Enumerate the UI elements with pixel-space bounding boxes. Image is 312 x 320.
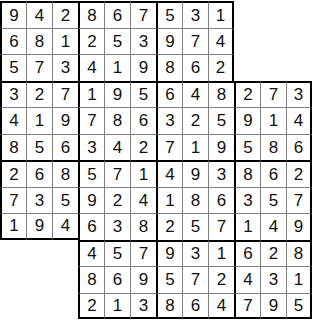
sudoku-cell-r9c1[interactable]: 1: [0, 213, 26, 240]
sudoku-cell-r5c1[interactable]: 4: [0, 107, 26, 134]
empty-corner-region-cell: [52, 240, 78, 267]
sudoku-cell-r8c1[interactable]: 7: [0, 187, 26, 214]
sudoku-cell-r3c8[interactable]: 6: [182, 54, 208, 81]
sudoku-cell-r8c9[interactable]: 6: [208, 187, 234, 214]
sudoku-cell-r1c9[interactable]: 1: [208, 1, 234, 28]
sudoku-cell-r10c8[interactable]: 3: [182, 240, 208, 267]
sudoku-cell-r5c10[interactable]: 9: [234, 107, 260, 134]
empty-corner-region-cell: [52, 266, 78, 293]
sudoku-cell-r6c3[interactable]: 6: [52, 134, 78, 161]
sudoku-cell-r1c6[interactable]: 7: [130, 1, 156, 28]
sudoku-cell-r11c5[interactable]: 6: [104, 266, 130, 293]
sudoku-cell-r8c8[interactable]: 8: [182, 187, 208, 214]
empty-corner-region-cell: [0, 240, 26, 267]
sudoku-cell-r6c1[interactable]: 8: [0, 134, 26, 161]
sudoku-cell-r11c7[interactable]: 5: [156, 266, 182, 293]
sudoku-cell-r9c8[interactable]: 5: [182, 213, 208, 240]
empty-corner-region-cell: [0, 266, 26, 293]
sudoku-cell-r11c10[interactable]: 4: [234, 266, 260, 293]
sudoku-cell-r9c7[interactable]: 2: [156, 213, 182, 240]
sudoku-cell-r12c4[interactable]: 2: [78, 293, 104, 320]
sudoku-cell-r9c2[interactable]: 9: [26, 213, 52, 240]
sudoku-cell-r7c10[interactable]: 8: [234, 160, 260, 187]
sudoku-cell-r11c11[interactable]: 3: [260, 266, 286, 293]
sudoku-cell-r9c12[interactable]: 9: [286, 213, 312, 240]
sudoku-cell-r6c5[interactable]: 4: [104, 134, 130, 161]
empty-corner-region-cell: [286, 28, 312, 55]
sudoku-cell-r6c12[interactable]: 6: [286, 134, 312, 161]
sudoku-cell-r10c11[interactable]: 2: [260, 240, 286, 267]
empty-corner-region-cell: [234, 54, 260, 81]
sudoku-cell-r4c11[interactable]: 7: [260, 81, 286, 108]
sudoku-cell-r1c4[interactable]: 8: [78, 1, 104, 28]
sudoku-cell-r9c3[interactable]: 4: [52, 213, 78, 240]
sudoku-cell-r2c9[interactable]: 4: [208, 28, 234, 55]
sudoku-cell-r1c8[interactable]: 3: [182, 1, 208, 28]
sudoku-cell-r9c6[interactable]: 8: [130, 213, 156, 240]
sudoku-cell-r2c3[interactable]: 1: [52, 28, 78, 55]
sudoku-cell-r8c6[interactable]: 4: [130, 187, 156, 214]
sudoku-cell-r6c8[interactable]: 1: [182, 134, 208, 161]
sudoku-cell-r2c5[interactable]: 5: [104, 28, 130, 55]
sudoku-cell-r9c10[interactable]: 1: [234, 213, 260, 240]
sudoku-cell-r7c1[interactable]: 2: [0, 160, 26, 187]
sudoku-cell-r9c9[interactable]: 7: [208, 213, 234, 240]
sudoku-cell-r1c1[interactable]: 9: [0, 1, 26, 28]
sudoku-cell-r4c8[interactable]: 4: [182, 81, 208, 108]
sudoku-cell-r6c4[interactable]: 3: [78, 134, 104, 161]
sudoku-cell-r12c7[interactable]: 8: [156, 293, 182, 320]
sudoku-cell-r3c3[interactable]: 3: [52, 54, 78, 81]
sudoku-cell-r9c11[interactable]: 4: [260, 213, 286, 240]
sudoku-cell-r4c6[interactable]: 5: [130, 81, 156, 108]
sudoku-cell-r1c3[interactable]: 2: [52, 1, 78, 28]
sudoku-cell-r4c12[interactable]: 3: [286, 81, 312, 108]
sudoku-cell-r4c1[interactable]: 3: [0, 81, 26, 108]
sudoku-cell-r9c4[interactable]: 6: [78, 213, 104, 240]
sudoku-cell-r6c11[interactable]: 8: [260, 134, 286, 161]
sudoku-cell-r11c6[interactable]: 9: [130, 266, 156, 293]
sudoku-cell-r2c2[interactable]: 8: [26, 28, 52, 55]
empty-corner-region-cell: [234, 28, 260, 55]
sudoku-cell-r7c2[interactable]: 6: [26, 160, 52, 187]
sudoku-cell-r8c10[interactable]: 3: [234, 187, 260, 214]
sudoku-cell-r7c4[interactable]: 5: [78, 160, 104, 187]
sudoku-cell-r12c8[interactable]: 6: [182, 293, 208, 320]
sudoku-cell-r12c12[interactable]: 5: [286, 293, 312, 320]
sudoku-cell-r3c5[interactable]: 1: [104, 54, 130, 81]
sudoku-cell-r2c6[interactable]: 3: [130, 28, 156, 55]
empty-corner-region-cell: [260, 54, 286, 81]
sudoku-cell-r7c7[interactable]: 4: [156, 160, 182, 187]
sudoku-cell-r1c5[interactable]: 6: [104, 1, 130, 28]
sudoku-cell-r9c5[interactable]: 3: [104, 213, 130, 240]
sudoku-cell-r4c4[interactable]: 1: [78, 81, 104, 108]
sudoku-cell-r5c4[interactable]: 7: [78, 107, 104, 134]
sudoku-cell-r4c5[interactable]: 9: [104, 81, 130, 108]
empty-corner-region-cell: [260, 1, 286, 28]
sudoku-cell-r2c8[interactable]: 7: [182, 28, 208, 55]
sudoku-cell-r2c7[interactable]: 9: [156, 28, 182, 55]
sudoku-cell-r10c10[interactable]: 6: [234, 240, 260, 267]
sudoku-cell-r11c8[interactable]: 7: [182, 266, 208, 293]
sudoku-cell-r1c2[interactable]: 4: [26, 1, 52, 28]
sudoku-cell-r8c11[interactable]: 5: [260, 187, 286, 214]
sudoku-cell-r5c6[interactable]: 6: [130, 107, 156, 134]
sudoku-cell-r12c6[interactable]: 3: [130, 293, 156, 320]
sudoku-cell-r5c2[interactable]: 1: [26, 107, 52, 134]
sudoku-cell-r6c7[interactable]: 7: [156, 134, 182, 161]
sudoku-cell-r5c5[interactable]: 8: [104, 107, 130, 134]
twodoku-board: 9428675316812539745734198623271956482734…: [0, 1, 312, 319]
sudoku-cell-r8c4[interactable]: 9: [78, 187, 104, 214]
sudoku-cell-r3c6[interactable]: 9: [130, 54, 156, 81]
sudoku-cell-r4c10[interactable]: 2: [234, 81, 260, 108]
sudoku-cell-r8c7[interactable]: 1: [156, 187, 182, 214]
sudoku-cell-r11c4[interactable]: 8: [78, 266, 104, 293]
sudoku-cell-r10c12[interactable]: 8: [286, 240, 312, 267]
sudoku-cell-r4c9[interactable]: 8: [208, 81, 234, 108]
sudoku-cell-r8c12[interactable]: 7: [286, 187, 312, 214]
sudoku-cell-r8c3[interactable]: 5: [52, 187, 78, 214]
sudoku-cell-r7c12[interactable]: 2: [286, 160, 312, 187]
sudoku-cell-r3c7[interactable]: 8: [156, 54, 182, 81]
empty-corner-region-cell: [26, 240, 52, 267]
sudoku-cell-r12c11[interactable]: 9: [260, 293, 286, 320]
sudoku-cell-r6c9[interactable]: 9: [208, 134, 234, 161]
sudoku-cell-r6c10[interactable]: 5: [234, 134, 260, 161]
sudoku-cell-r8c5[interactable]: 2: [104, 187, 130, 214]
sudoku-cell-r12c9[interactable]: 4: [208, 293, 234, 320]
sudoku-cell-r12c10[interactable]: 7: [234, 293, 260, 320]
empty-corner-region-cell: [26, 266, 52, 293]
sudoku-cell-r3c2[interactable]: 7: [26, 54, 52, 81]
sudoku-cell-r11c12[interactable]: 1: [286, 266, 312, 293]
sudoku-cell-r4c2[interactable]: 2: [26, 81, 52, 108]
sudoku-cell-r7c5[interactable]: 7: [104, 160, 130, 187]
sudoku-cell-r5c7[interactable]: 3: [156, 107, 182, 134]
sudoku-cell-r10c6[interactable]: 7: [130, 240, 156, 267]
sudoku-cell-r7c11[interactable]: 6: [260, 160, 286, 187]
sudoku-cell-r5c3[interactable]: 9: [52, 107, 78, 134]
sudoku-cell-r2c1[interactable]: 6: [0, 28, 26, 55]
empty-corner-region-cell: [52, 293, 78, 320]
empty-corner-region-cell: [286, 54, 312, 81]
sudoku-cell-r7c3[interactable]: 8: [52, 160, 78, 187]
empty-corner-region-cell: [26, 293, 52, 320]
sudoku-cell-r7c8[interactable]: 9: [182, 160, 208, 187]
sudoku-cell-r10c5[interactable]: 5: [104, 240, 130, 267]
sudoku-cell-r12c5[interactable]: 1: [104, 293, 130, 320]
sudoku-cell-r10c7[interactable]: 9: [156, 240, 182, 267]
sudoku-cell-r10c4[interactable]: 4: [78, 240, 104, 267]
empty-corner-region-cell: [286, 1, 312, 28]
sudoku-cell-r7c6[interactable]: 1: [130, 160, 156, 187]
sudoku-cell-r4c7[interactable]: 6: [156, 81, 182, 108]
sudoku-cell-r11c9[interactable]: 2: [208, 266, 234, 293]
sudoku-cell-r2c4[interactable]: 2: [78, 28, 104, 55]
sudoku-cell-r6c2[interactable]: 5: [26, 134, 52, 161]
sudoku-cell-r10c9[interactable]: 1: [208, 240, 234, 267]
sudoku-cell-r6c6[interactable]: 2: [130, 134, 156, 161]
sudoku-cell-r5c11[interactable]: 1: [260, 107, 286, 134]
sudoku-cell-r3c4[interactable]: 4: [78, 54, 104, 81]
sudoku-cell-r4c3[interactable]: 7: [52, 81, 78, 108]
sudoku-cell-r3c1[interactable]: 5: [0, 54, 26, 81]
sudoku-cell-r5c9[interactable]: 5: [208, 107, 234, 134]
empty-corner-region-cell: [234, 1, 260, 28]
sudoku-cell-r7c9[interactable]: 3: [208, 160, 234, 187]
sudoku-cell-r1c7[interactable]: 5: [156, 1, 182, 28]
empty-corner-region-cell: [260, 28, 286, 55]
sudoku-cell-r5c8[interactable]: 2: [182, 107, 208, 134]
sudoku-cell-r8c2[interactable]: 3: [26, 187, 52, 214]
empty-corner-region-cell: [0, 293, 26, 320]
sudoku-cell-r3c9[interactable]: 2: [208, 54, 234, 81]
sudoku-cell-r5c12[interactable]: 4: [286, 107, 312, 134]
